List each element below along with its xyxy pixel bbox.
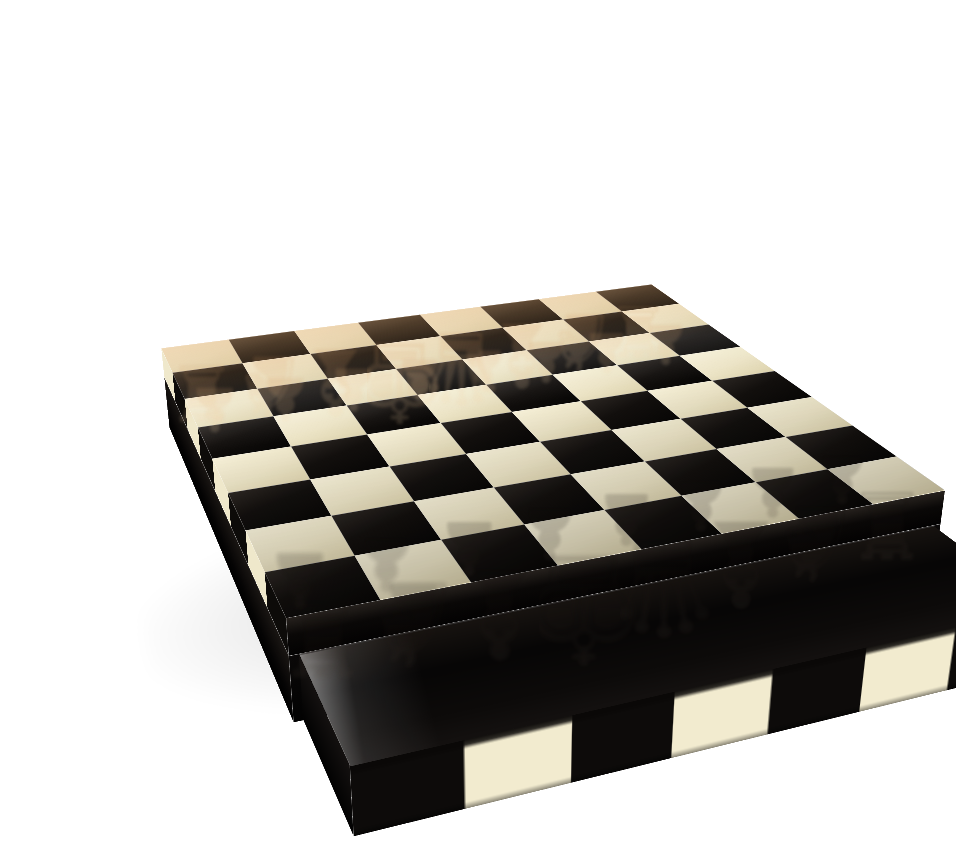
black-rook-icon: ♜ [275, 485, 370, 586]
white-pawn-icon: ♟ [641, 266, 690, 318]
product-photo-stage: ♜♜♞♞♝♝♛♛♚♚♝♝♞♞♜♜♟♟♟♟♟♟♟♟♟♟♟♟♟♟♟♟♟♟♟♟♟♟♟♟… [0, 0, 956, 852]
chess-set-scene: ♜♜♞♞♝♝♛♛♚♚♝♝♞♞♜♜♟♟♟♟♟♟♟♟♟♟♟♟♟♟♟♟♟♟♟♟♟♟♟♟… [212, 112, 812, 712]
black-knight-icon: ♞ [361, 459, 465, 569]
white-pawn-icon: ♟ [582, 273, 632, 326]
board-box: ♜♜♞♞♝♝♛♛♚♚♝♝♞♞♜♜♟♟♟♟♟♟♟♟♟♟♟♟♟♟♟♟♟♟♟♟♟♟♟♟… [161, 284, 945, 618]
white-pawn-icon: ♟ [187, 323, 242, 381]
white-pawn-icon: ♟ [327, 305, 380, 361]
white-pawn-icon: ♟ [393, 297, 445, 352]
white-pawn-icon: ♟ [458, 289, 510, 344]
white-pawn-icon: ♟ [521, 281, 572, 335]
white-pawn-icon: ♟ [258, 314, 312, 371]
